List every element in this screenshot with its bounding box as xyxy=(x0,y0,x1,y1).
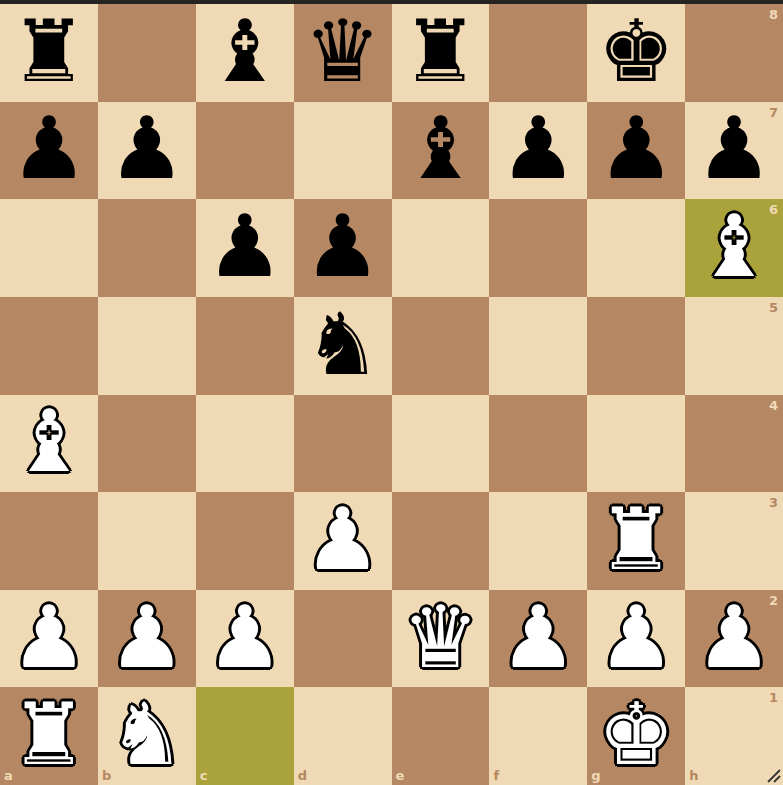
square-h6[interactable]: ♝6 xyxy=(685,199,783,297)
square-c2[interactable]: ♟ xyxy=(196,590,294,688)
square-e8[interactable]: ♜ xyxy=(392,4,490,102)
square-d3[interactable]: ♟ xyxy=(294,492,392,590)
square-c4[interactable] xyxy=(196,395,294,493)
square-b2[interactable]: ♟ xyxy=(98,590,196,688)
square-e6[interactable] xyxy=(392,199,490,297)
piece-black-bishop[interactable]: ♝ xyxy=(206,8,283,94)
square-d4[interactable] xyxy=(294,395,392,493)
piece-black-rook[interactable]: ♜ xyxy=(10,8,87,94)
piece-black-pawn[interactable]: ♟ xyxy=(304,203,381,289)
square-e2[interactable]: ♛ xyxy=(392,590,490,688)
square-c8[interactable]: ♝ xyxy=(196,4,294,102)
square-c3[interactable] xyxy=(196,492,294,590)
square-e3[interactable] xyxy=(392,492,490,590)
square-a2[interactable]: ♟ xyxy=(0,590,98,688)
square-c5[interactable] xyxy=(196,297,294,395)
piece-white-rook[interactable]: ♜ xyxy=(598,496,675,582)
file-label-d: d xyxy=(298,768,307,783)
square-a1[interactable]: ♜a xyxy=(0,687,98,785)
square-f3[interactable] xyxy=(489,492,587,590)
square-d5[interactable]: ♞ xyxy=(294,297,392,395)
piece-white-pawn[interactable]: ♟ xyxy=(598,594,675,680)
square-f7[interactable]: ♟ xyxy=(489,102,587,200)
square-h4[interactable]: 4 xyxy=(685,395,783,493)
square-a7[interactable]: ♟ xyxy=(0,102,98,200)
piece-black-bishop[interactable]: ♝ xyxy=(402,105,479,191)
piece-white-rook[interactable]: ♜ xyxy=(10,691,87,777)
square-e7[interactable]: ♝ xyxy=(392,102,490,200)
rank-label-4: 4 xyxy=(769,398,778,413)
square-c7[interactable] xyxy=(196,102,294,200)
square-b1[interactable]: ♞b xyxy=(98,687,196,785)
square-g2[interactable]: ♟ xyxy=(587,590,685,688)
square-f4[interactable] xyxy=(489,395,587,493)
square-b8[interactable] xyxy=(98,4,196,102)
piece-black-pawn[interactable]: ♟ xyxy=(598,105,675,191)
square-c1[interactable]: c xyxy=(196,687,294,785)
square-f5[interactable] xyxy=(489,297,587,395)
piece-white-pawn[interactable]: ♟ xyxy=(696,594,773,680)
square-f2[interactable]: ♟ xyxy=(489,590,587,688)
piece-black-pawn[interactable]: ♟ xyxy=(108,105,185,191)
square-f6[interactable] xyxy=(489,199,587,297)
file-label-c: c xyxy=(200,768,208,783)
square-g1[interactable]: ♚g xyxy=(587,687,685,785)
square-h2[interactable]: ♟2 xyxy=(685,590,783,688)
piece-black-knight[interactable]: ♞ xyxy=(304,301,381,387)
file-label-e: e xyxy=(396,768,405,783)
square-f1[interactable]: f xyxy=(489,687,587,785)
square-d8[interactable]: ♛ xyxy=(294,4,392,102)
square-h7[interactable]: ♟7 xyxy=(685,102,783,200)
square-b4[interactable] xyxy=(98,395,196,493)
rank-label-8: 8 xyxy=(769,7,778,22)
piece-white-bishop[interactable]: ♝ xyxy=(696,203,773,289)
square-d2[interactable] xyxy=(294,590,392,688)
file-label-h: h xyxy=(689,768,698,783)
rank-label-1: 1 xyxy=(769,690,778,705)
square-g3[interactable]: ♜ xyxy=(587,492,685,590)
piece-white-bishop[interactable]: ♝ xyxy=(10,398,87,484)
square-a8[interactable]: ♜ xyxy=(0,4,98,102)
square-d7[interactable] xyxy=(294,102,392,200)
square-f8[interactable] xyxy=(489,4,587,102)
chess-page: ♜♝♛♜♚8♟♟♝♟♟♟7♟♟♝6♞5♝4♟♜3♟♟♟♛♟♟♟2♜a♞bcdef… xyxy=(0,0,783,785)
square-h8[interactable]: 8 xyxy=(685,4,783,102)
square-g7[interactable]: ♟ xyxy=(587,102,685,200)
square-e5[interactable] xyxy=(392,297,490,395)
square-b7[interactable]: ♟ xyxy=(98,102,196,200)
piece-white-pawn[interactable]: ♟ xyxy=(10,594,87,680)
piece-black-king[interactable]: ♚ xyxy=(598,8,675,94)
square-a4[interactable]: ♝ xyxy=(0,395,98,493)
piece-black-pawn[interactable]: ♟ xyxy=(206,203,283,289)
square-e1[interactable]: e xyxy=(392,687,490,785)
rank-label-3: 3 xyxy=(769,495,778,510)
square-c6[interactable]: ♟ xyxy=(196,199,294,297)
square-b6[interactable] xyxy=(98,199,196,297)
piece-white-knight[interactable]: ♞ xyxy=(108,691,185,777)
square-a6[interactable] xyxy=(0,199,98,297)
piece-white-king[interactable]: ♚ xyxy=(598,691,675,777)
square-a3[interactable] xyxy=(0,492,98,590)
square-b3[interactable] xyxy=(98,492,196,590)
square-h5[interactable]: 5 xyxy=(685,297,783,395)
rank-label-5: 5 xyxy=(769,300,778,315)
file-label-f: f xyxy=(493,768,499,783)
square-g8[interactable]: ♚ xyxy=(587,4,685,102)
piece-white-pawn[interactable]: ♟ xyxy=(206,594,283,680)
chess-board: ♜♝♛♜♚8♟♟♝♟♟♟7♟♟♝6♞5♝4♟♜3♟♟♟♛♟♟♟2♜a♞bcdef… xyxy=(0,4,783,785)
square-g5[interactable] xyxy=(587,297,685,395)
square-g4[interactable] xyxy=(587,395,685,493)
square-h3[interactable]: 3 xyxy=(685,492,783,590)
piece-black-queen[interactable]: ♛ xyxy=(304,8,381,94)
square-e4[interactable] xyxy=(392,395,490,493)
piece-white-pawn[interactable]: ♟ xyxy=(108,594,185,680)
piece-black-pawn[interactable]: ♟ xyxy=(696,105,773,191)
piece-black-pawn[interactable]: ♟ xyxy=(500,105,577,191)
piece-black-rook[interactable]: ♜ xyxy=(402,8,479,94)
resize-diagonal-icon[interactable] xyxy=(765,767,781,783)
piece-white-queen[interactable]: ♛ xyxy=(402,594,479,680)
square-b5[interactable] xyxy=(98,297,196,395)
piece-black-pawn[interactable]: ♟ xyxy=(10,105,87,191)
square-d1[interactable]: d xyxy=(294,687,392,785)
square-g6[interactable] xyxy=(587,199,685,297)
square-a5[interactable] xyxy=(0,297,98,395)
square-d6[interactable]: ♟ xyxy=(294,199,392,297)
piece-white-pawn[interactable]: ♟ xyxy=(500,594,577,680)
piece-white-pawn[interactable]: ♟ xyxy=(304,496,381,582)
